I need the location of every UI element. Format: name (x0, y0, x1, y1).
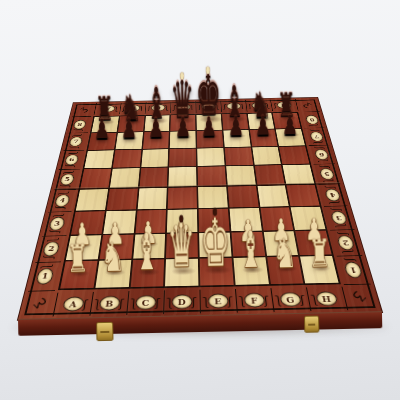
border-divider (163, 290, 165, 314)
border-divider (330, 229, 355, 230)
border-divider (235, 289, 238, 313)
square-a4[interactable] (76, 189, 108, 210)
square-f4[interactable] (228, 186, 259, 207)
border-scroll-ornament: ʃ (65, 165, 75, 167)
border-scroll-ornament: ʃ (55, 206, 66, 209)
border-divider (270, 288, 274, 312)
piece-white-bishop-c1[interactable]: ♝ (135, 226, 159, 276)
rank-label-8-left: 8 (73, 120, 87, 130)
square-c5[interactable] (139, 168, 168, 188)
border-divider (72, 116, 91, 117)
square-a6[interactable] (84, 150, 113, 168)
file-label-g-bottom: G (279, 292, 302, 307)
rank-label-7-right: 7 (309, 131, 324, 141)
file-label-d-bottom: D (171, 294, 192, 309)
border-divider (53, 293, 59, 317)
square-d5[interactable] (169, 167, 197, 187)
brass-clasp-left[interactable] (96, 322, 113, 341)
file-label-c-bottom: C (135, 295, 156, 310)
piece-black-pawn-a7[interactable]: ♟ (93, 116, 110, 143)
square-e6[interactable] (197, 148, 224, 166)
border-scroll-ornament: ʒ (352, 291, 371, 306)
border-divider (344, 284, 371, 286)
rank-label-3-right: 3 (330, 211, 348, 225)
border-divider (48, 211, 72, 212)
piece-white-bishop-f1[interactable]: ♝ (238, 224, 262, 274)
square-f6[interactable] (225, 147, 253, 165)
border-divider (337, 255, 363, 256)
border-divider (313, 164, 335, 165)
square-g5[interactable] (254, 165, 284, 185)
border-divider (300, 111, 320, 112)
square-h4[interactable] (287, 185, 320, 206)
square-c6[interactable] (141, 149, 168, 167)
piece-black-pawn-d7[interactable]: ♟ (174, 114, 191, 141)
border-divider (28, 290, 55, 292)
border-divider (89, 292, 94, 316)
rank-label-8-right: 8 (305, 115, 319, 124)
border-scroll-ornament: ʃ (43, 256, 56, 259)
square-b5[interactable] (110, 168, 140, 188)
square-d4[interactable] (168, 187, 197, 208)
square-b6[interactable] (113, 150, 141, 168)
piece-white-knight-b1[interactable]: ♞ (100, 236, 125, 277)
rank-label-6-right: 6 (314, 149, 330, 160)
border-divider (306, 287, 312, 311)
photo-background: AA11BB22CC33DD44EE55FF66GG77HH88ʃʃʃʃʃʃʃʃ… (0, 0, 400, 400)
border-scroll-ornament: ʒ (302, 101, 314, 108)
file-label-e-bottom: E (207, 294, 228, 309)
crown-tip-accent (206, 66, 210, 74)
piece-black-pawn-e7[interactable]: ♟ (201, 113, 218, 140)
border-divider (53, 189, 76, 190)
square-h6[interactable] (279, 146, 309, 164)
rank-label-2-left: 2 (42, 241, 61, 256)
crown-tip-accent (180, 72, 184, 79)
square-e5[interactable] (198, 166, 226, 186)
file-label-a-bottom: A (61, 297, 84, 312)
rank-label-5-left: 5 (59, 173, 75, 185)
chess-set: AA11BB22CC33DD44EE55FF66GG77HH88ʃʃʃʃʃʃʃʃ… (0, 0, 400, 400)
rank-label-5-right: 5 (319, 168, 336, 180)
piece-white-knight-g1[interactable]: ♞ (273, 233, 298, 274)
border-scroll-ornament: ʃ (119, 297, 124, 308)
border-divider (199, 290, 201, 314)
border-scroll-ornament: ʃ (70, 146, 80, 148)
rank-label-6-left: 6 (64, 154, 79, 165)
border-divider (341, 287, 348, 311)
border-divider (318, 184, 341, 185)
piece-black-pawn-b7[interactable]: ♟ (120, 115, 137, 142)
border-scroll-ornament: ʃ (49, 230, 61, 233)
square-b4[interactable] (107, 189, 138, 210)
border-divider (59, 169, 81, 170)
square-g4[interactable] (257, 185, 289, 206)
piece-white-king-e1[interactable]: ♚ (200, 209, 231, 276)
file-label-b-bottom: B (98, 296, 120, 311)
rank-label-3-left: 3 (48, 216, 66, 230)
border-scroll-ornament: ʒ (77, 106, 89, 113)
border-scroll-ornament: ʃ (192, 296, 196, 307)
square-g6[interactable] (252, 147, 281, 165)
square-a5[interactable] (80, 169, 111, 189)
square-f5[interactable] (226, 166, 255, 186)
border-scroll-ornament: ʃ (74, 129, 84, 131)
border-divider (63, 150, 84, 151)
border-scroll-ornament: ʃ (155, 297, 160, 308)
piece-black-pawn-c7[interactable]: ♟ (147, 114, 164, 141)
rank-label-7-left: 7 (69, 136, 84, 146)
file-label-h-bottom: H (315, 291, 339, 306)
rank-label-4-left: 4 (54, 194, 71, 207)
crown-tip-accent (179, 215, 183, 222)
square-h5[interactable] (283, 165, 314, 185)
piece-white-queen-d1[interactable]: ♛ (167, 216, 196, 277)
file-label-f-bottom: F (243, 293, 265, 308)
border-divider (35, 262, 61, 263)
square-c4[interactable] (137, 188, 167, 209)
crown-tip-accent (213, 208, 217, 216)
brass-clasp-right[interactable] (304, 316, 319, 333)
piece-white-rook-h1[interactable]: ♜ (309, 234, 331, 273)
border-divider (309, 145, 330, 146)
border-divider (126, 291, 129, 315)
rank-label-4-right: 4 (324, 188, 341, 201)
border-divider (42, 235, 67, 236)
rank-label-1-left: 1 (35, 268, 55, 285)
border-divider (245, 100, 247, 111)
border-scroll-ornament: ʃ (227, 295, 232, 306)
piece-black-pawn-f7[interactable]: ♟ (228, 113, 245, 140)
rank-label-1-right: 1 (343, 261, 363, 277)
piece-black-pawn-h7[interactable]: ♟ (282, 112, 299, 139)
rank-label-2-right: 2 (336, 235, 355, 250)
border-divider (304, 128, 324, 129)
border-scroll-ornament: ʒ (29, 297, 47, 312)
square-d6[interactable] (169, 148, 196, 166)
piece-black-pawn-g7[interactable]: ♟ (255, 112, 272, 139)
piece-white-rook-a1[interactable]: ♜ (67, 239, 89, 278)
border-divider (324, 206, 348, 207)
border-scroll-ornament: ʃ (60, 185, 71, 188)
border-divider (68, 132, 88, 133)
